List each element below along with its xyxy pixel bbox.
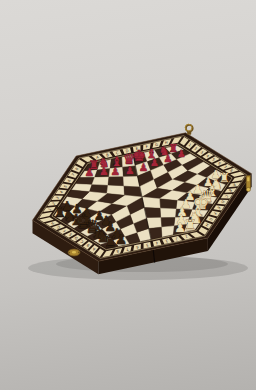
photo-backdrop: 12345678ABCDEFGH12345678ABCDEFGH12345678…	[0, 0, 256, 390]
piece-red-pawn: ♟	[99, 165, 109, 178]
side-latch	[246, 176, 250, 192]
piece-white-pawn: ♟	[174, 220, 186, 235]
cell	[161, 217, 175, 227]
piece-red-pawn: ♟	[85, 166, 95, 179]
board-svg: 12345678ABCDEFGH12345678ABCDEFGH12345678…	[0, 0, 256, 390]
piece-red-pawn: ♟	[139, 161, 149, 173]
piece-black-rook: ♜	[104, 233, 118, 251]
piece-red-pawn: ♟	[150, 156, 159, 168]
piece-red-pawn: ♟	[111, 165, 121, 178]
piece-red-pawn: ♟	[177, 148, 186, 159]
cell	[160, 199, 178, 209]
cell	[160, 208, 176, 218]
cell	[108, 176, 124, 186]
piece-red-pawn: ♟	[125, 164, 135, 177]
piece-red-pawn: ♟	[163, 153, 172, 164]
front-clasp	[68, 249, 80, 256]
cell	[142, 197, 160, 208]
